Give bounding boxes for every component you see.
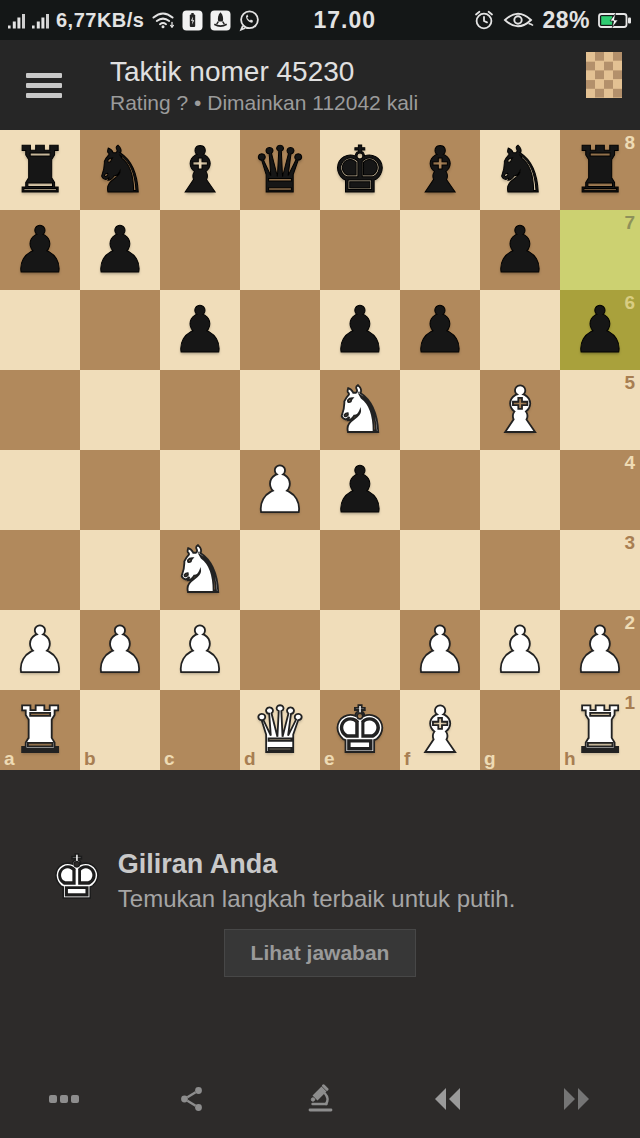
- square-f4[interactable]: [400, 450, 480, 530]
- rocket-app-icon: [210, 10, 231, 31]
- square-c4[interactable]: [160, 450, 240, 530]
- eye-icon: [503, 11, 534, 29]
- page-title: Taktik nomer 45230: [110, 55, 418, 89]
- black-pawn-b7[interactable]: ♟: [91, 210, 148, 290]
- square-g5[interactable]: ♝: [480, 370, 560, 450]
- app-screen: 6,77KB/s 17.00 28%: [0, 0, 640, 1138]
- square-c7[interactable]: [160, 210, 240, 290]
- menu-icon[interactable]: [26, 73, 62, 98]
- square-c8[interactable]: ♝: [160, 130, 240, 210]
- square-f8[interactable]: ♝: [400, 130, 480, 210]
- network-speed: 6,77KB/s: [56, 9, 145, 32]
- square-f3[interactable]: [400, 530, 480, 610]
- page-subtitle: Rating ? • Dimainkan 112042 kali: [110, 91, 418, 115]
- white-pawn-h2[interactable]: ♟: [571, 610, 628, 690]
- black-pawn-h6[interactable]: ♟: [571, 290, 628, 370]
- square-a7[interactable]: ♟: [0, 210, 80, 290]
- square-a2[interactable]: ♟: [0, 610, 80, 690]
- square-a6[interactable]: [0, 290, 80, 370]
- wifi-icon: [152, 11, 175, 29]
- square-a8[interactable]: ♜: [0, 130, 80, 210]
- square-h8[interactable]: ♜8: [560, 130, 640, 210]
- coord-rank-5: 5: [624, 373, 635, 392]
- square-c3[interactable]: ♞: [160, 530, 240, 610]
- square-g4[interactable]: [480, 450, 560, 530]
- square-d7[interactable]: [240, 210, 320, 290]
- square-b8[interactable]: ♞: [80, 130, 160, 210]
- square-g7[interactable]: ♟: [480, 210, 560, 290]
- white-queen-d1[interactable]: ♛: [251, 690, 308, 770]
- coord-rank-8: 8: [624, 133, 635, 152]
- more-options-button[interactable]: [0, 1094, 128, 1104]
- white-knight-c3[interactable]: ♞: [171, 530, 228, 610]
- square-d6[interactable]: [240, 290, 320, 370]
- square-c5[interactable]: [160, 370, 240, 450]
- square-f1[interactable]: ♝f: [400, 690, 480, 770]
- square-a3[interactable]: [0, 530, 80, 610]
- black-pawn-e4[interactable]: ♟: [331, 450, 388, 530]
- battery-app-icon: [182, 10, 203, 31]
- white-king-e1[interactable]: ♚: [331, 690, 388, 770]
- turn-instruction: Temukan langkah terbaik untuk putih.: [118, 885, 516, 913]
- chess-board[interactable]: ♜♞♝♛♚♝♞♜8♟♟♟7♟♟♟♟6♞♝5♟♟4♞3♟♟♟♟♟♟2♜abc♛d♚…: [0, 130, 640, 770]
- coord-file-f: f: [404, 749, 410, 768]
- black-rook-h8[interactable]: ♜: [571, 130, 628, 210]
- white-bishop-f1[interactable]: ♝: [411, 690, 468, 770]
- black-pawn-c6[interactable]: ♟: [171, 290, 228, 370]
- coord-file-e: e: [324, 749, 335, 768]
- black-pawn-e6[interactable]: ♟: [331, 290, 388, 370]
- square-c6[interactable]: ♟: [160, 290, 240, 370]
- square-g8[interactable]: ♞: [480, 130, 560, 210]
- analyze-microscope-button[interactable]: [256, 1084, 384, 1115]
- square-d2[interactable]: [240, 610, 320, 690]
- square-d4[interactable]: ♟: [240, 450, 320, 530]
- square-a1[interactable]: ♜a: [0, 690, 80, 770]
- square-h7[interactable]: 7: [560, 210, 640, 290]
- square-d8[interactable]: ♛: [240, 130, 320, 210]
- app-header: Taktik nomer 45230 Rating ? • Dimainkan …: [0, 40, 640, 130]
- signal-strength-icon-2: [32, 12, 49, 29]
- square-f6[interactable]: ♟: [400, 290, 480, 370]
- battery-icon: [598, 12, 632, 29]
- black-queen-d8[interactable]: ♛: [251, 130, 308, 210]
- coord-file-c: c: [164, 749, 175, 768]
- coord-file-g: g: [484, 749, 496, 768]
- square-d3[interactable]: [240, 530, 320, 610]
- board-theme-icon[interactable]: [586, 52, 622, 98]
- square-g6[interactable]: [480, 290, 560, 370]
- square-f2[interactable]: ♟: [400, 610, 480, 690]
- coord-file-a: a: [4, 749, 15, 768]
- coord-file-d: d: [244, 749, 256, 768]
- square-b5[interactable]: [80, 370, 160, 450]
- square-g2[interactable]: ♟: [480, 610, 560, 690]
- alarm-clock-icon: [473, 9, 495, 31]
- square-c1[interactable]: c: [160, 690, 240, 770]
- white-pawn-c2[interactable]: ♟: [171, 610, 228, 690]
- square-f7[interactable]: [400, 210, 480, 290]
- black-knight-b8[interactable]: ♞: [91, 130, 148, 210]
- show-answer-button[interactable]: Lihat jawaban: [224, 929, 417, 977]
- square-e2[interactable]: [320, 610, 400, 690]
- square-e8[interactable]: ♚: [320, 130, 400, 210]
- white-rook-h1[interactable]: ♜: [571, 690, 628, 770]
- turn-title: Giliran Anda: [118, 848, 516, 880]
- coord-file-h: h: [564, 749, 576, 768]
- white-king-icon: ♚: [50, 846, 104, 908]
- battery-percent: 28%: [542, 7, 590, 34]
- bottom-toolbar: [0, 1060, 640, 1138]
- square-e6[interactable]: ♟: [320, 290, 400, 370]
- square-h1[interactable]: ♜1h: [560, 690, 640, 770]
- square-e1[interactable]: ♚e: [320, 690, 400, 770]
- rewind-button[interactable]: [384, 1086, 512, 1112]
- black-rook-a8[interactable]: ♜: [11, 130, 68, 210]
- square-g3[interactable]: [480, 530, 560, 610]
- square-a5[interactable]: [0, 370, 80, 450]
- square-d1[interactable]: ♛d: [240, 690, 320, 770]
- square-b1[interactable]: b: [80, 690, 160, 770]
- square-e3[interactable]: [320, 530, 400, 610]
- square-f5[interactable]: [400, 370, 480, 450]
- square-h3[interactable]: 3: [560, 530, 640, 610]
- black-bishop-c8[interactable]: ♝: [171, 130, 228, 210]
- white-pawn-g2[interactable]: ♟: [491, 610, 548, 690]
- square-b3[interactable]: [80, 530, 160, 610]
- square-h4[interactable]: 4: [560, 450, 640, 530]
- square-e4[interactable]: ♟: [320, 450, 400, 530]
- black-pawn-g7[interactable]: ♟: [491, 210, 548, 290]
- black-pawn-a7[interactable]: ♟: [11, 210, 68, 290]
- coord-rank-1: 1: [624, 693, 635, 712]
- square-h6[interactable]: ♟6: [560, 290, 640, 370]
- coord-file-b: b: [84, 749, 96, 768]
- white-knight-e5[interactable]: ♞: [331, 370, 388, 450]
- square-c2[interactable]: ♟: [160, 610, 240, 690]
- puzzle-panel: ♚ Giliran Anda Temukan langkah terbaik u…: [0, 770, 640, 977]
- clock-time: 17.00: [314, 7, 377, 34]
- whatsapp-icon: [238, 9, 261, 32]
- coord-rank-3: 3: [624, 533, 635, 552]
- square-g1[interactable]: g: [480, 690, 560, 770]
- white-rook-a1[interactable]: ♜: [11, 690, 68, 770]
- white-pawn-d4[interactable]: ♟: [251, 450, 308, 530]
- coord-rank-2: 2: [624, 613, 635, 632]
- square-e7[interactable]: [320, 210, 400, 290]
- square-d5[interactable]: [240, 370, 320, 450]
- square-h5[interactable]: 5: [560, 370, 640, 450]
- coord-rank-7: 7: [624, 213, 635, 232]
- square-b4[interactable]: [80, 450, 160, 530]
- square-b7[interactable]: ♟: [80, 210, 160, 290]
- black-king-e8[interactable]: ♚: [331, 130, 388, 210]
- white-pawn-a2[interactable]: ♟: [11, 610, 68, 690]
- square-b2[interactable]: ♟: [80, 610, 160, 690]
- square-e5[interactable]: ♞: [320, 370, 400, 450]
- black-bishop-f8[interactable]: ♝: [411, 130, 468, 210]
- square-a4[interactable]: [0, 450, 80, 530]
- white-pawn-f2[interactable]: ♟: [411, 610, 468, 690]
- share-button[interactable]: [128, 1085, 256, 1113]
- white-bishop-g5[interactable]: ♝: [491, 370, 548, 450]
- forward-button[interactable]: [512, 1086, 640, 1112]
- black-pawn-f6[interactable]: ♟: [411, 290, 468, 370]
- white-pawn-b2[interactable]: ♟: [91, 610, 148, 690]
- coord-rank-6: 6: [624, 293, 635, 312]
- square-h2[interactable]: ♟2: [560, 610, 640, 690]
- black-knight-g8[interactable]: ♞: [491, 130, 548, 210]
- coord-rank-4: 4: [624, 453, 635, 472]
- signal-strength-icon-1: [8, 12, 25, 29]
- square-b6[interactable]: [80, 290, 160, 370]
- status-bar: 6,77KB/s 17.00 28%: [0, 0, 640, 40]
